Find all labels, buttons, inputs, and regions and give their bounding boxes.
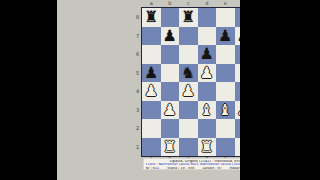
- square-c3[interactable]: [179, 101, 198, 120]
- square-d6[interactable]: ♟: [198, 45, 217, 64]
- black-rook: ♜: [142, 8, 161, 27]
- square-b1[interactable]: ♜: [161, 138, 180, 157]
- black-pawn: ♟: [198, 45, 217, 64]
- square-d7[interactable]: [198, 27, 217, 46]
- square-a5[interactable]: ♟: [142, 64, 161, 83]
- square-c5[interactable]: ♞: [179, 64, 198, 83]
- white-pawn: ♟: [142, 82, 161, 101]
- coord-label-7: 7: [135, 27, 140, 46]
- coord-label-b: b: [161, 0, 180, 6]
- stand-value: Stand : 19 . 556: [167, 167, 194, 170]
- square-b6[interactable]: [161, 45, 180, 64]
- coord-label-4: 4: [135, 82, 140, 101]
- square-a2[interactable]: [142, 119, 161, 138]
- coord-label-6: 6: [135, 45, 140, 64]
- white-pawn: ♟: [179, 82, 198, 101]
- game-number: Nr : 611: [146, 167, 160, 170]
- square-c4[interactable]: ♟: [179, 82, 198, 101]
- square-c1[interactable]: [179, 138, 198, 157]
- square-c2[interactable]: [179, 119, 198, 138]
- black-rook: ♜: [179, 8, 198, 27]
- square-c8[interactable]: ♜: [179, 8, 198, 27]
- black-pawn: ♟: [216, 27, 235, 46]
- square-a7[interactable]: [142, 27, 161, 46]
- square-d3[interactable]: ♝: [198, 101, 217, 120]
- square-a4[interactable]: ♟: [142, 82, 161, 101]
- square-b8[interactable]: [161, 8, 180, 27]
- coord-label-e: e: [216, 0, 235, 6]
- square-a1[interactable]: [142, 138, 161, 157]
- black-pawn: ♟: [161, 27, 180, 46]
- square-e2[interactable]: [216, 119, 235, 138]
- white-rook: ♜: [198, 138, 217, 157]
- square-a3[interactable]: [142, 101, 161, 120]
- square-e7[interactable]: ♟: [216, 27, 235, 46]
- square-e8[interactable]: [216, 8, 235, 27]
- black-knight: ♞: [179, 64, 198, 83]
- black-pawn: ♟: [142, 64, 161, 83]
- square-b4[interactable]: [161, 82, 180, 101]
- white-pawn: ♟: [161, 101, 180, 120]
- video-frame: abcdefgh abcdefgh 87654321 87654321 ♜♜♟♟…: [0, 0, 320, 180]
- square-d2[interactable]: [198, 119, 217, 138]
- rank-labels-left: 87654321: [135, 8, 140, 156]
- white-pawn: ♟: [198, 64, 217, 83]
- square-b2[interactable]: [161, 119, 180, 138]
- square-e1[interactable]: [216, 138, 235, 157]
- white-bishop: ♝: [216, 101, 235, 120]
- white-bishop: ♝: [198, 101, 217, 120]
- letterbox-left: [0, 0, 57, 180]
- white-rook: ♜: [161, 138, 180, 157]
- square-c7[interactable]: [179, 27, 198, 46]
- coord-label-5: 5: [135, 64, 140, 83]
- board-panel-background: abcdefgh abcdefgh 87654321 87654321 ♜♜♟♟…: [57, 0, 240, 180]
- square-d5[interactable]: ♟: [198, 64, 217, 83]
- square-d8[interactable]: [198, 8, 217, 27]
- square-c6[interactable]: [179, 45, 198, 64]
- coord-label-8: 8: [135, 8, 140, 27]
- square-d4[interactable]: [198, 82, 217, 101]
- coord-label-d: d: [198, 0, 217, 6]
- coord-label-1: 1: [135, 138, 140, 157]
- letterbox-right: [240, 0, 320, 180]
- coord-label-a: a: [142, 0, 161, 6]
- coord-label-2: 2: [135, 119, 140, 138]
- square-e6[interactable]: [216, 45, 235, 64]
- game-length: Length : 97: [202, 167, 221, 170]
- square-b5[interactable]: [161, 64, 180, 83]
- square-b3[interactable]: ♟: [161, 101, 180, 120]
- square-a6[interactable]: [142, 45, 161, 64]
- coord-label-c: c: [179, 0, 198, 6]
- square-d1[interactable]: ♜: [198, 138, 217, 157]
- square-b7[interactable]: ♟: [161, 27, 180, 46]
- coord-label-3: 3: [135, 101, 140, 120]
- square-e3[interactable]: ♝: [216, 101, 235, 120]
- square-e4[interactable]: [216, 82, 235, 101]
- square-a8[interactable]: ♜: [142, 8, 161, 27]
- square-e5[interactable]: [216, 64, 235, 83]
